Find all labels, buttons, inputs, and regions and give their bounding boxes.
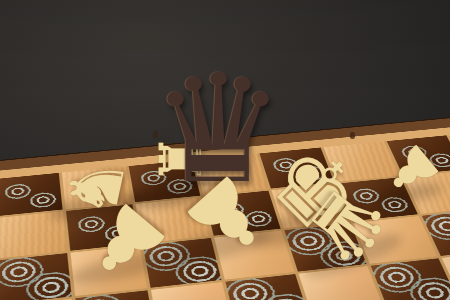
pieces-layer: ♜♞♛♟♚♛♟♟ (0, 0, 450, 300)
chess-photo-scene: ♜♞♛♟♚♛♟♟ (0, 0, 450, 300)
white-pawn-fallen-topright[interactable]: ♟ (373, 132, 450, 209)
